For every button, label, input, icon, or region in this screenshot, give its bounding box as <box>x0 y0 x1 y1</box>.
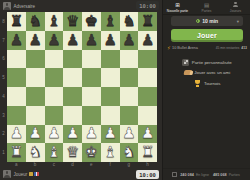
square-b8[interactable]: ♞ <box>26 12 45 31</box>
time-control-label: 10 min <box>202 18 218 24</box>
square-a8[interactable]: ♜ <box>7 12 26 31</box>
square-b4[interactable] <box>26 87 45 106</box>
arena-event-row[interactable]: ⚡ 10 Bullet Arena 45 min restantes 413 <box>167 44 247 52</box>
white-pawn: ♟ <box>141 126 154 141</box>
square-f5[interactable] <box>101 68 120 87</box>
square-f7[interactable]: ♟ <box>101 31 120 50</box>
square-f2[interactable]: ♟ <box>101 125 120 144</box>
square-f6[interactable] <box>101 50 120 69</box>
time-control-dropdown[interactable]: 10 min ▾ <box>171 16 243 26</box>
menu-item-label: Jouer avec un ami <box>194 70 230 75</box>
square-a3[interactable] <box>7 106 26 125</box>
square-e1[interactable]: ♚ <box>82 143 101 162</box>
tab-label: Nouvelle partie <box>167 9 188 13</box>
rank-label-7: 7 <box>0 31 7 50</box>
square-a1[interactable]: ♜ <box>7 143 26 162</box>
square-h3[interactable] <box>138 106 157 125</box>
square-e3[interactable] <box>82 106 101 125</box>
black-rook: ♜ <box>141 14 154 29</box>
games-count: 485 068 <box>213 173 227 177</box>
black-clock: 10:00 <box>136 1 159 10</box>
square-d1[interactable]: ♛ <box>63 143 82 162</box>
lightning-icon: ⚡ <box>167 45 171 51</box>
black-bishop: ♝ <box>103 14 116 29</box>
handshake-icon <box>183 70 192 75</box>
white-knight: ♞ <box>122 145 135 160</box>
bottom-player-bar: Joueur 10:00 <box>0 168 162 180</box>
square-d8[interactable]: ♛ <box>63 12 82 31</box>
square-g2[interactable]: ♟ <box>120 125 139 144</box>
white-rook: ♜ <box>10 145 23 160</box>
square-c1[interactable]: ♝ <box>45 143 64 162</box>
square-d3[interactable] <box>63 106 82 125</box>
square-f3[interactable] <box>101 106 120 125</box>
square-e5[interactable] <box>82 68 101 87</box>
menu-item-label: Tournois <box>204 81 221 86</box>
black-knight: ♞ <box>122 14 135 29</box>
square-g5[interactable] <box>120 68 139 87</box>
country-flag-icon <box>34 172 39 176</box>
square-a6[interactable] <box>7 50 26 69</box>
file-label-g: g <box>120 162 139 167</box>
menu-item-jouer-avec-un-ami[interactable]: Jouer avec un ami <box>163 68 250 79</box>
square-g4[interactable] <box>120 87 139 106</box>
custom-game-icon <box>182 59 189 66</box>
white-pawn: ♟ <box>10 126 23 141</box>
white-queen: ♛ <box>66 145 79 160</box>
square-g3[interactable] <box>120 106 139 125</box>
square-b3[interactable] <box>26 106 45 125</box>
file-label-c: c <box>45 162 64 167</box>
chess-board: ♜♞♝♛♚♝♞♜♟♟♟♟♟♟♟♟♟♟♟♟♟♟♟♟♜♞♝♛♚♝♞♜ <box>7 12 157 162</box>
rank-label-4: 4 <box>0 87 7 106</box>
opponent-name[interactable]: Adversaire <box>14 4 36 9</box>
black-pawn: ♟ <box>10 33 23 48</box>
square-h4[interactable] <box>138 87 157 106</box>
file-label-f: f <box>101 162 120 167</box>
black-pawn: ♟ <box>28 33 41 48</box>
white-pawn: ♟ <box>85 126 98 141</box>
black-rook: ♜ <box>10 14 23 29</box>
rank-label-6: 6 <box>0 50 7 69</box>
tab-nouvelle-partie[interactable]: ⊞Nouvelle partie <box>163 0 192 14</box>
play-menu: Partie personnaliséeJouer avec un amiTou… <box>163 57 250 89</box>
chess-app: Adversaire 10:00 87654321 ♜♞♝♛♚♝♞♜♟♟♟♟♟♟… <box>0 0 250 180</box>
square-c2[interactable]: ♟ <box>45 125 64 144</box>
top-player-bar: Adversaire 10:00 <box>0 0 162 12</box>
white-pawn: ♟ <box>103 126 116 141</box>
play-sidebar: ⊞Nouvelle partie▤PartiesJoueurs 10 min ▾… <box>162 0 250 180</box>
menu-item-partie-personnalisée[interactable]: Partie personnalisée <box>163 57 250 68</box>
rank-label-8: 8 <box>0 12 7 31</box>
square-c5[interactable] <box>45 68 64 87</box>
file-label-d: d <box>63 162 82 167</box>
black-king: ♚ <box>85 14 98 29</box>
black-pawn: ♟ <box>141 33 154 48</box>
status-icon <box>172 172 177 177</box>
white-bishop: ♝ <box>47 145 60 160</box>
square-b6[interactable] <box>26 50 45 69</box>
tab-joueurs[interactable]: Joueurs <box>221 0 250 14</box>
square-e7[interactable]: ♟ <box>82 31 101 50</box>
file-labels: abcdefgh <box>7 162 157 167</box>
status-bar: 240 084 En ligne 485 068 Parties <box>163 168 250 180</box>
square-g8[interactable]: ♞ <box>120 12 139 31</box>
clock-icon <box>196 19 201 24</box>
black-pawn: ♟ <box>85 33 98 48</box>
square-f4[interactable] <box>101 87 120 106</box>
file-label-e: e <box>82 162 101 167</box>
new-game-icon: ⊞ <box>175 2 180 8</box>
trophy-icon <box>193 79 201 87</box>
square-a4[interactable] <box>7 87 26 106</box>
event-label: 10 Bullet Arena <box>172 46 198 50</box>
white-clock: 10:00 <box>136 170 159 179</box>
black-knight: ♞ <box>28 14 41 29</box>
tab-label: Parties <box>202 9 212 13</box>
square-h2[interactable]: ♟ <box>138 125 157 144</box>
play-button[interactable]: Jouer <box>171 29 243 42</box>
square-a7[interactable]: ♟ <box>7 31 26 50</box>
black-pawn: ♟ <box>47 33 60 48</box>
square-c8[interactable]: ♝ <box>45 12 64 31</box>
membership-badge-icon <box>29 172 33 176</box>
player-avatar[interactable] <box>3 170 11 178</box>
square-e8[interactable]: ♚ <box>82 12 101 31</box>
square-h8[interactable]: ♜ <box>138 12 157 31</box>
square-g1[interactable]: ♞ <box>120 143 139 162</box>
games-label: Parties <box>229 173 240 177</box>
square-g7[interactable]: ♟ <box>120 31 139 50</box>
tab-label: Joueurs <box>230 9 241 13</box>
square-h7[interactable]: ♟ <box>138 31 157 50</box>
black-queen: ♛ <box>66 14 79 29</box>
games-icon: ▤ <box>204 2 209 8</box>
square-c4[interactable] <box>45 87 64 106</box>
square-d6[interactable] <box>63 50 82 69</box>
square-e2[interactable]: ♟ <box>82 125 101 144</box>
sidebar-tabs: ⊞Nouvelle partie▤PartiesJoueurs <box>163 0 250 15</box>
white-pawn: ♟ <box>66 126 79 141</box>
square-d5[interactable] <box>63 68 82 87</box>
square-h1[interactable]: ♜ <box>138 143 157 162</box>
square-d4[interactable] <box>63 87 82 106</box>
square-c3[interactable] <box>45 106 64 125</box>
square-d2[interactable]: ♟ <box>63 125 82 144</box>
square-b7[interactable]: ♟ <box>26 31 45 50</box>
chevron-down-icon: ▾ <box>237 19 239 24</box>
event-meta: 45 min restantes <box>216 46 240 50</box>
square-b1[interactable]: ♞ <box>26 143 45 162</box>
square-c7[interactable]: ♟ <box>45 31 64 50</box>
square-h5[interactable] <box>138 68 157 87</box>
white-pawn: ♟ <box>122 126 135 141</box>
rank-label-5: 5 <box>0 68 7 87</box>
white-knight: ♞ <box>28 145 41 160</box>
file-label-a: a <box>7 162 26 167</box>
menu-item-tournois[interactable]: Tournois <box>163 78 250 89</box>
square-e6[interactable] <box>82 50 101 69</box>
square-b5[interactable] <box>26 68 45 87</box>
rank-label-1: 1 <box>0 143 7 162</box>
white-pawn: ♟ <box>47 126 60 141</box>
players-icon <box>233 2 239 8</box>
square-a5[interactable] <box>7 68 26 87</box>
black-pawn: ♟ <box>66 33 79 48</box>
file-label-b: b <box>26 162 45 167</box>
white-pawn: ♟ <box>28 126 41 141</box>
white-bishop: ♝ <box>103 145 116 160</box>
player-name[interactable]: Joueur <box>14 172 28 177</box>
square-c6[interactable] <box>45 50 64 69</box>
online-label: En ligne <box>196 173 209 177</box>
online-count: 240 084 <box>180 173 194 177</box>
square-a2[interactable]: ♟ <box>7 125 26 144</box>
white-king: ♚ <box>85 145 98 160</box>
square-g6[interactable] <box>120 50 139 69</box>
square-d7[interactable]: ♟ <box>63 31 82 50</box>
opponent-avatar[interactable] <box>3 2 11 10</box>
rank-label-2: 2 <box>0 125 7 144</box>
menu-item-label: Partie personnalisée <box>192 60 232 65</box>
square-b2[interactable]: ♟ <box>26 125 45 144</box>
black-bishop: ♝ <box>47 14 60 29</box>
square-f8[interactable]: ♝ <box>101 12 120 31</box>
event-player-count: 413 <box>241 46 247 50</box>
square-f1[interactable]: ♝ <box>101 143 120 162</box>
rank-label-3: 3 <box>0 106 7 125</box>
black-pawn: ♟ <box>122 33 135 48</box>
tab-parties[interactable]: ▤Parties <box>192 0 221 14</box>
square-e4[interactable] <box>82 87 101 106</box>
black-pawn: ♟ <box>103 33 116 48</box>
white-rook: ♜ <box>141 145 154 160</box>
file-label-h: h <box>138 162 157 167</box>
rank-labels: 87654321 <box>0 12 7 162</box>
square-h6[interactable] <box>138 50 157 69</box>
